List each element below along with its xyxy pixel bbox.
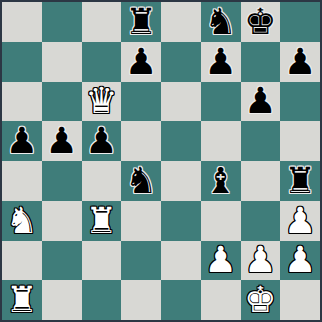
square-b5[interactable]: ♟	[42, 121, 82, 161]
black-pawn[interactable]: ♟	[85, 123, 117, 159]
square-c1[interactable]	[82, 280, 122, 320]
square-h7[interactable]: ♟	[280, 42, 320, 82]
black-pawn[interactable]: ♟	[125, 44, 157, 80]
black-bishop[interactable]: ♝	[204, 163, 236, 199]
square-e1[interactable]	[161, 280, 201, 320]
square-d7[interactable]: ♟	[121, 42, 161, 82]
black-pawn[interactable]: ♟	[244, 83, 276, 119]
chess-board-grid: ♜♞♚♟♟♟♛♟♟♟♟♞♝♜♞♜♟♟♟♟♜♚	[2, 2, 320, 320]
white-knight[interactable]: ♞	[6, 203, 38, 239]
square-h5[interactable]	[280, 121, 320, 161]
square-b2[interactable]	[42, 241, 82, 281]
square-a4[interactable]	[2, 161, 42, 201]
square-c6[interactable]: ♛	[82, 82, 122, 122]
black-pawn[interactable]: ♟	[204, 44, 236, 80]
square-c5[interactable]: ♟	[82, 121, 122, 161]
square-h6[interactable]	[280, 82, 320, 122]
white-rook[interactable]: ♜	[6, 282, 38, 318]
square-g4[interactable]	[241, 161, 281, 201]
white-pawn[interactable]: ♟	[244, 242, 276, 278]
square-b7[interactable]	[42, 42, 82, 82]
square-d5[interactable]	[121, 121, 161, 161]
square-e8[interactable]	[161, 2, 201, 42]
black-king[interactable]: ♚	[244, 4, 276, 40]
square-g8[interactable]: ♚	[241, 2, 281, 42]
square-a5[interactable]: ♟	[2, 121, 42, 161]
chess-board: ♜♞♚♟♟♟♛♟♟♟♟♞♝♜♞♜♟♟♟♟♜♚	[0, 0, 322, 322]
square-d6[interactable]	[121, 82, 161, 122]
square-h4[interactable]: ♜	[280, 161, 320, 201]
black-pawn[interactable]: ♟	[6, 123, 38, 159]
square-f2[interactable]: ♟	[201, 241, 241, 281]
black-knight[interactable]: ♞	[125, 163, 157, 199]
square-h1[interactable]	[280, 280, 320, 320]
square-c8[interactable]	[82, 2, 122, 42]
square-g7[interactable]	[241, 42, 281, 82]
square-c2[interactable]	[82, 241, 122, 281]
square-g2[interactable]: ♟	[241, 241, 281, 281]
square-a8[interactable]	[2, 2, 42, 42]
square-d4[interactable]: ♞	[121, 161, 161, 201]
square-c7[interactable]	[82, 42, 122, 82]
square-h2[interactable]: ♟	[280, 241, 320, 281]
white-pawn[interactable]: ♟	[284, 203, 316, 239]
black-rook[interactable]: ♜	[125, 4, 157, 40]
square-a3[interactable]: ♞	[2, 201, 42, 241]
black-rook[interactable]: ♜	[284, 163, 316, 199]
square-b8[interactable]	[42, 2, 82, 42]
square-e6[interactable]	[161, 82, 201, 122]
square-d3[interactable]	[121, 201, 161, 241]
square-e2[interactable]	[161, 241, 201, 281]
white-king[interactable]: ♚	[244, 282, 276, 318]
square-f7[interactable]: ♟	[201, 42, 241, 82]
square-b6[interactable]	[42, 82, 82, 122]
white-queen[interactable]: ♛	[85, 83, 117, 119]
square-b3[interactable]	[42, 201, 82, 241]
square-c3[interactable]: ♜	[82, 201, 122, 241]
square-f4[interactable]: ♝	[201, 161, 241, 201]
square-g6[interactable]: ♟	[241, 82, 281, 122]
square-g1[interactable]: ♚	[241, 280, 281, 320]
square-h3[interactable]: ♟	[280, 201, 320, 241]
black-knight[interactable]: ♞	[204, 4, 236, 40]
square-h8[interactable]	[280, 2, 320, 42]
square-e4[interactable]	[161, 161, 201, 201]
white-rook[interactable]: ♜	[85, 203, 117, 239]
black-pawn[interactable]: ♟	[284, 44, 316, 80]
black-pawn[interactable]: ♟	[45, 123, 77, 159]
square-f8[interactable]: ♞	[201, 2, 241, 42]
square-e3[interactable]	[161, 201, 201, 241]
square-f1[interactable]	[201, 280, 241, 320]
square-b1[interactable]	[42, 280, 82, 320]
square-d8[interactable]: ♜	[121, 2, 161, 42]
square-f3[interactable]	[201, 201, 241, 241]
square-d2[interactable]	[121, 241, 161, 281]
square-g5[interactable]	[241, 121, 281, 161]
square-g3[interactable]	[241, 201, 281, 241]
square-e5[interactable]	[161, 121, 201, 161]
square-f6[interactable]	[201, 82, 241, 122]
square-a7[interactable]	[2, 42, 42, 82]
white-pawn[interactable]: ♟	[284, 242, 316, 278]
square-a2[interactable]	[2, 241, 42, 281]
square-d1[interactable]	[121, 280, 161, 320]
square-c4[interactable]	[82, 161, 122, 201]
square-a1[interactable]: ♜	[2, 280, 42, 320]
square-e7[interactable]	[161, 42, 201, 82]
square-f5[interactable]	[201, 121, 241, 161]
white-pawn[interactable]: ♟	[204, 242, 236, 278]
square-a6[interactable]	[2, 82, 42, 122]
square-b4[interactable]	[42, 161, 82, 201]
